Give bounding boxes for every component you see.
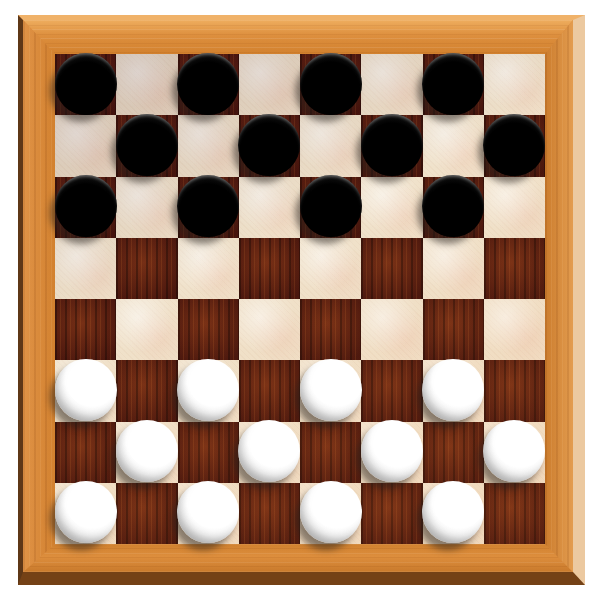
square-r0c3-light[interactable] xyxy=(239,54,300,115)
square-r2c6-dark[interactable] xyxy=(423,177,484,238)
square-r2c4-dark[interactable] xyxy=(300,177,361,238)
square-r3c2-light[interactable] xyxy=(178,238,239,299)
square-r7c1-dark[interactable] xyxy=(116,483,177,544)
square-r1c5-dark[interactable] xyxy=(361,115,422,176)
board-wood-frame xyxy=(23,20,573,572)
square-r5c7-dark[interactable] xyxy=(484,360,545,421)
square-r6c3-light[interactable] xyxy=(239,422,300,483)
board-grid xyxy=(55,54,545,544)
square-r0c1-light[interactable] xyxy=(116,54,177,115)
square-r4c3-light[interactable] xyxy=(239,299,300,360)
black-checker-r0c6[interactable] xyxy=(422,53,484,115)
square-r3c6-light[interactable] xyxy=(423,238,484,299)
square-r5c6-light[interactable] xyxy=(423,360,484,421)
square-r3c1-dark[interactable] xyxy=(116,238,177,299)
square-r4c4-dark[interactable] xyxy=(300,299,361,360)
white-checker-r7c4[interactable] xyxy=(300,481,362,543)
page-background xyxy=(0,0,600,600)
black-checker-r1c5[interactable] xyxy=(361,114,423,176)
square-r7c4-light[interactable] xyxy=(300,483,361,544)
square-r0c2-dark[interactable] xyxy=(178,54,239,115)
black-checker-r0c4[interactable] xyxy=(300,53,362,115)
black-checker-r1c3[interactable] xyxy=(238,114,300,176)
square-r0c5-light[interactable] xyxy=(361,54,422,115)
square-r4c2-dark[interactable] xyxy=(178,299,239,360)
square-r2c2-dark[interactable] xyxy=(178,177,239,238)
black-checker-r2c2[interactable] xyxy=(177,175,239,237)
square-r1c4-light[interactable] xyxy=(300,115,361,176)
black-checker-r2c4[interactable] xyxy=(300,175,362,237)
white-checker-r6c5[interactable] xyxy=(361,420,423,482)
square-r5c0-light[interactable] xyxy=(55,360,116,421)
square-r2c1-light[interactable] xyxy=(116,177,177,238)
white-checker-r5c0[interactable] xyxy=(55,359,117,421)
square-r3c4-light[interactable] xyxy=(300,238,361,299)
square-r0c4-dark[interactable] xyxy=(300,54,361,115)
frame-left-rail xyxy=(23,20,55,572)
white-checker-r6c3[interactable] xyxy=(238,420,300,482)
square-r6c5-light[interactable] xyxy=(361,422,422,483)
frame-top-rail xyxy=(23,20,573,54)
square-r7c7-dark[interactable] xyxy=(484,483,545,544)
square-r2c0-dark[interactable] xyxy=(55,177,116,238)
frame-bottom-rail xyxy=(23,544,573,572)
black-checker-r2c0[interactable] xyxy=(55,175,117,237)
black-checker-r1c7[interactable] xyxy=(483,114,545,176)
white-checker-r7c2[interactable] xyxy=(177,481,239,543)
square-r2c7-light[interactable] xyxy=(484,177,545,238)
square-r6c6-dark[interactable] xyxy=(423,422,484,483)
black-checker-r1c1[interactable] xyxy=(116,114,178,176)
white-checker-r5c4[interactable] xyxy=(300,359,362,421)
square-r0c7-light[interactable] xyxy=(484,54,545,115)
square-r0c6-dark[interactable] xyxy=(423,54,484,115)
square-r7c6-light[interactable] xyxy=(423,483,484,544)
square-r6c7-light[interactable] xyxy=(484,422,545,483)
white-checker-r5c2[interactable] xyxy=(177,359,239,421)
square-r0c0-dark[interactable] xyxy=(55,54,116,115)
checkers-board xyxy=(18,15,585,585)
square-r7c3-dark[interactable] xyxy=(239,483,300,544)
square-r4c0-dark[interactable] xyxy=(55,299,116,360)
square-r4c5-light[interactable] xyxy=(361,299,422,360)
white-checker-r6c1[interactable] xyxy=(116,420,178,482)
square-r6c0-dark[interactable] xyxy=(55,422,116,483)
square-r2c3-light[interactable] xyxy=(239,177,300,238)
square-r1c6-light[interactable] xyxy=(423,115,484,176)
black-checker-r0c0[interactable] xyxy=(55,53,117,115)
square-r5c3-dark[interactable] xyxy=(239,360,300,421)
square-r1c3-dark[interactable] xyxy=(239,115,300,176)
white-checker-r7c6[interactable] xyxy=(422,481,484,543)
square-r4c6-dark[interactable] xyxy=(423,299,484,360)
white-checker-r7c0[interactable] xyxy=(55,481,117,543)
square-r7c0-light[interactable] xyxy=(55,483,116,544)
square-r1c1-dark[interactable] xyxy=(116,115,177,176)
square-r3c0-light[interactable] xyxy=(55,238,116,299)
square-r4c7-light[interactable] xyxy=(484,299,545,360)
frame-right-rail xyxy=(545,20,573,572)
square-r5c4-light[interactable] xyxy=(300,360,361,421)
square-r1c0-light[interactable] xyxy=(55,115,116,176)
square-r5c5-dark[interactable] xyxy=(361,360,422,421)
square-r1c2-light[interactable] xyxy=(178,115,239,176)
square-r5c2-light[interactable] xyxy=(178,360,239,421)
white-checker-r6c7[interactable] xyxy=(483,420,545,482)
square-r5c1-dark[interactable] xyxy=(116,360,177,421)
black-checker-r2c6[interactable] xyxy=(422,175,484,237)
square-r6c4-dark[interactable] xyxy=(300,422,361,483)
square-r2c5-light[interactable] xyxy=(361,177,422,238)
square-r4c1-light[interactable] xyxy=(116,299,177,360)
square-r3c7-dark[interactable] xyxy=(484,238,545,299)
square-r3c3-dark[interactable] xyxy=(239,238,300,299)
black-checker-r0c2[interactable] xyxy=(177,53,239,115)
square-r6c2-dark[interactable] xyxy=(178,422,239,483)
square-r7c2-light[interactable] xyxy=(178,483,239,544)
white-checker-r5c6[interactable] xyxy=(422,359,484,421)
square-r3c5-dark[interactable] xyxy=(361,238,422,299)
square-r7c5-dark[interactable] xyxy=(361,483,422,544)
square-r6c1-light[interactable] xyxy=(116,422,177,483)
square-r1c7-dark[interactable] xyxy=(484,115,545,176)
